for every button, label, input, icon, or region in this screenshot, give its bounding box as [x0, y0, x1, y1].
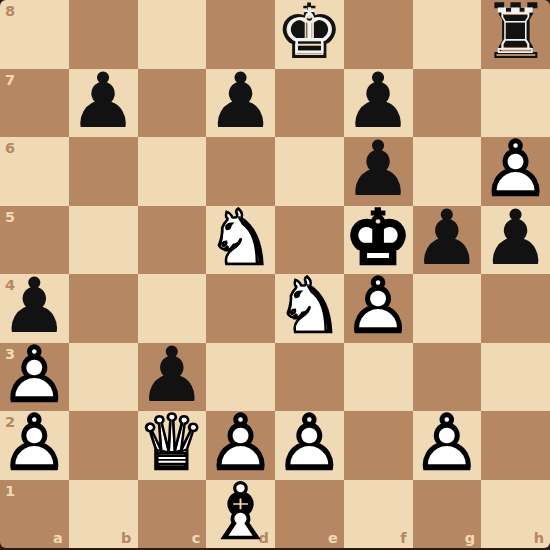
piece-line-glyph: [487, 210, 543, 266]
file-label-e: e: [328, 531, 338, 546]
file-label-g: g: [465, 531, 475, 546]
piece-line-glyph: ♙: [413, 409, 482, 478]
square-b3[interactable]: [69, 343, 138, 412]
piece-line-glyph: ♙: [275, 409, 344, 478]
square-h5[interactable]: ♟: [481, 206, 550, 275]
file-label-a: a: [53, 531, 63, 546]
file-label-b: b: [121, 531, 131, 546]
square-f2[interactable]: [344, 411, 413, 480]
file-label-h: h: [534, 531, 544, 546]
square-d7[interactable]: ♟: [206, 69, 275, 138]
black-pawn-h5[interactable]: ♟: [481, 206, 550, 275]
square-a6[interactable]: 6: [0, 137, 69, 206]
square-h1[interactable]: h: [481, 480, 550, 549]
square-c5[interactable]: [138, 206, 207, 275]
square-e6[interactable]: [275, 137, 344, 206]
square-h3[interactable]: [481, 343, 550, 412]
black-king-e8[interactable]: ♚♔: [275, 0, 344, 69]
piece-line-glyph: ♕: [138, 409, 207, 478]
square-a2[interactable]: 2♟♙: [0, 411, 69, 480]
square-e1[interactable]: e: [275, 480, 344, 549]
square-c6[interactable]: [138, 137, 207, 206]
piece-line-glyph: ♙: [0, 409, 69, 478]
square-b6[interactable]: [69, 137, 138, 206]
square-a7[interactable]: 7: [0, 69, 69, 138]
square-c2[interactable]: ♛♕: [138, 411, 207, 480]
piece-line-glyph: ♔: [281, 4, 337, 60]
file-label-f: f: [400, 531, 406, 546]
square-f1[interactable]: f: [344, 480, 413, 549]
square-b5[interactable]: [69, 206, 138, 275]
square-d4[interactable]: [206, 274, 275, 343]
piece-line-glyph: [350, 141, 406, 197]
square-d1[interactable]: d♝♗: [206, 480, 275, 549]
black-pawn-g5[interactable]: ♟: [413, 206, 482, 275]
piece-line-glyph: [212, 73, 268, 129]
square-g8[interactable]: [413, 0, 482, 69]
square-g2[interactable]: ♟♙: [413, 411, 482, 480]
white-pawn-e2[interactable]: ♟♙: [275, 411, 344, 480]
square-g4[interactable]: [413, 274, 482, 343]
square-e8[interactable]: ♚♔: [275, 0, 344, 69]
square-c1[interactable]: c: [138, 480, 207, 549]
square-g5[interactable]: ♟: [413, 206, 482, 275]
piece-line-glyph: ♘: [206, 204, 275, 273]
square-a1[interactable]: 1a: [0, 480, 69, 549]
piece-line-glyph: ♖: [487, 4, 543, 60]
square-g7[interactable]: [413, 69, 482, 138]
white-pawn-a2[interactable]: ♟♙: [0, 411, 69, 480]
rank-label-6: 6: [5, 141, 15, 156]
square-f3[interactable]: [344, 343, 413, 412]
piece-line-glyph: [419, 210, 475, 266]
black-pawn-d7[interactable]: ♟: [206, 69, 275, 138]
piece-line-glyph: [144, 347, 200, 403]
piece-line-glyph: ♘: [275, 272, 344, 341]
square-b1[interactable]: b: [69, 480, 138, 549]
square-d5[interactable]: ♞♘: [206, 206, 275, 275]
square-c7[interactable]: [138, 69, 207, 138]
chess-board: 8♚♔♜♖7♟♟♟6♟♟♙5♞♘♚♔♟♟4♟♞♘♟♙3♟♙♟2♟♙♛♕♟♙♟♙♟…: [0, 0, 550, 548]
square-b2[interactable]: [69, 411, 138, 480]
white-pawn-f4[interactable]: ♟♙: [344, 274, 413, 343]
square-h8[interactable]: ♜♖: [481, 0, 550, 69]
square-e2[interactable]: ♟♙: [275, 411, 344, 480]
square-b4[interactable]: [69, 274, 138, 343]
rank-label-7: 7: [5, 73, 15, 88]
piece-line-glyph: [6, 278, 62, 334]
white-bishop-d1[interactable]: ♝♗: [206, 480, 275, 549]
rank-label-5: 5: [5, 210, 15, 225]
white-knight-e4[interactable]: ♞♘: [275, 274, 344, 343]
white-queen-c2[interactable]: ♛♕: [138, 411, 207, 480]
white-knight-d5[interactable]: ♞♘: [206, 206, 275, 275]
square-e4[interactable]: ♞♘: [275, 274, 344, 343]
square-h4[interactable]: [481, 274, 550, 343]
square-b7[interactable]: ♟: [69, 69, 138, 138]
piece-line-glyph: ♙: [344, 272, 413, 341]
white-pawn-g2[interactable]: ♟♙: [413, 411, 482, 480]
piece-line-glyph: [75, 73, 131, 129]
rank-label-8: 8: [5, 4, 15, 19]
piece-line-glyph: [350, 73, 406, 129]
file-label-c: c: [192, 531, 201, 546]
page-background: { "game": "chess", "orientation": "white…: [0, 0, 550, 550]
rank-label-1: 1: [5, 484, 15, 499]
square-e7[interactable]: [275, 69, 344, 138]
black-rook-h8[interactable]: ♜♖: [481, 0, 550, 69]
square-h2[interactable]: [481, 411, 550, 480]
piece-line-glyph: ♗: [206, 478, 275, 547]
square-a8[interactable]: 8: [0, 0, 69, 69]
black-pawn-b7[interactable]: ♟: [69, 69, 138, 138]
square-g1[interactable]: g: [413, 480, 482, 549]
square-c8[interactable]: [138, 0, 207, 69]
square-f4[interactable]: ♟♙: [344, 274, 413, 343]
